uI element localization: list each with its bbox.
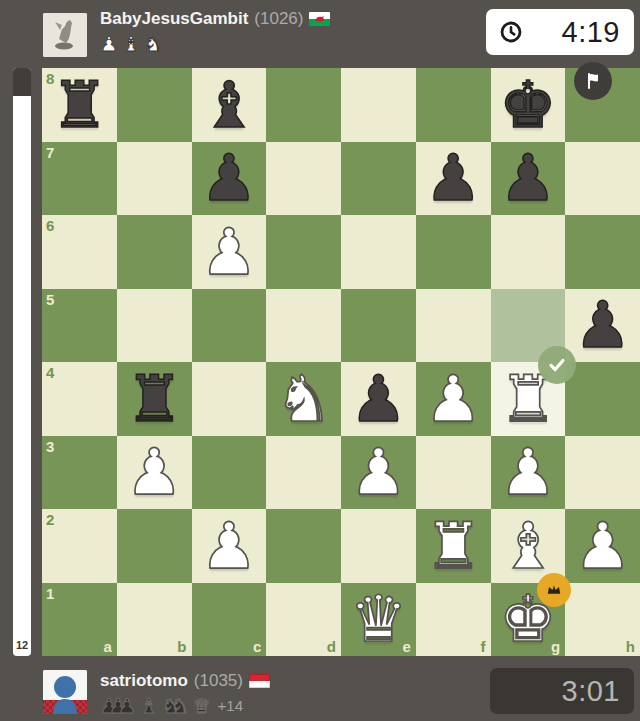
bottom-captured-pieces: ♟♟♟♝♞♞♛+14 bbox=[100, 693, 243, 717]
captured-white-pawn: ♟ bbox=[100, 33, 118, 55]
square-c6[interactable]: ♟ bbox=[192, 215, 267, 289]
piece-white-pawn[interactable]: ♟ bbox=[341, 436, 416, 510]
evaluation-bar-black-portion bbox=[13, 68, 31, 96]
square-b8[interactable] bbox=[117, 68, 192, 142]
square-e1[interactable]: e♛ bbox=[341, 583, 416, 657]
bottom-player-avatar[interactable] bbox=[43, 670, 87, 714]
square-c4[interactable] bbox=[192, 362, 267, 436]
square-g3[interactable]: ♟ bbox=[491, 436, 566, 510]
top-player-clock: 4:19 bbox=[486, 9, 634, 55]
piece-white-pawn[interactable]: ♟ bbox=[565, 509, 640, 583]
square-c2[interactable]: ♟ bbox=[192, 509, 267, 583]
square-h7[interactable] bbox=[565, 142, 640, 216]
file-label-f: f bbox=[481, 638, 486, 655]
square-a2[interactable]: 2 bbox=[42, 509, 117, 583]
statue-avatar-image bbox=[43, 13, 87, 57]
square-g8[interactable]: ♚ bbox=[491, 68, 566, 142]
captured-white-bishop: ♝ bbox=[122, 33, 140, 55]
square-b5[interactable] bbox=[117, 289, 192, 363]
file-label-d: d bbox=[327, 638, 336, 655]
file-label-b: b bbox=[177, 638, 186, 655]
square-f3[interactable] bbox=[416, 436, 491, 510]
chess-board: 8♜♝♚7♟♟♟6♟5♟4♜♞♟♟♜3♟♟♟2♟♜♝♟1abcde♛fg♚h bbox=[42, 68, 640, 656]
square-f4[interactable]: ♟ bbox=[416, 362, 491, 436]
flag-badge bbox=[574, 62, 612, 100]
captured-black-bishop: ♝ bbox=[140, 695, 158, 717]
square-b6[interactable] bbox=[117, 215, 192, 289]
piece-black-rook[interactable]: ♜ bbox=[117, 362, 192, 436]
square-f7[interactable]: ♟ bbox=[416, 142, 491, 216]
square-d1[interactable]: d bbox=[266, 583, 341, 657]
square-b3[interactable]: ♟ bbox=[117, 436, 192, 510]
rank-label-5: 5 bbox=[46, 291, 54, 308]
square-a4[interactable]: 4 bbox=[42, 362, 117, 436]
piece-black-pawn[interactable]: ♟ bbox=[341, 362, 416, 436]
square-d8[interactable] bbox=[266, 68, 341, 142]
square-b1[interactable]: b bbox=[117, 583, 192, 657]
bottom-player-rating: (1035) bbox=[194, 671, 243, 691]
bottom-player-name[interactable]: satriotomo bbox=[100, 671, 188, 691]
top-player-name[interactable]: BabyJesusGambit bbox=[100, 9, 248, 29]
piece-white-pawn[interactable]: ♟ bbox=[117, 436, 192, 510]
file-label-h: h bbox=[626, 638, 635, 655]
captured-black-knight: ♞ bbox=[171, 695, 189, 717]
square-d7[interactable] bbox=[266, 142, 341, 216]
evaluation-bar: 12 bbox=[13, 68, 31, 656]
square-e8[interactable] bbox=[341, 68, 416, 142]
square-f5[interactable] bbox=[416, 289, 491, 363]
rank-label-8: 8 bbox=[46, 70, 54, 87]
square-f6[interactable] bbox=[416, 215, 491, 289]
captured-black-queen: ♛ bbox=[193, 695, 211, 717]
square-h3[interactable] bbox=[565, 436, 640, 510]
square-a1[interactable]: 1a bbox=[42, 583, 117, 657]
square-e2[interactable] bbox=[341, 509, 416, 583]
square-g2[interactable]: ♝ bbox=[491, 509, 566, 583]
square-c3[interactable] bbox=[192, 436, 267, 510]
check-badge bbox=[538, 346, 576, 384]
square-d4[interactable]: ♞ bbox=[266, 362, 341, 436]
rank-label-6: 6 bbox=[46, 217, 54, 234]
square-b2[interactable] bbox=[117, 509, 192, 583]
square-g7[interactable]: ♟ bbox=[491, 142, 566, 216]
top-clock-time: 4:19 bbox=[562, 16, 620, 49]
square-f1[interactable]: f bbox=[416, 583, 491, 657]
square-h5[interactable]: ♟ bbox=[565, 289, 640, 363]
square-g1[interactable]: g♚ bbox=[491, 583, 566, 657]
square-b7[interactable] bbox=[117, 142, 192, 216]
file-label-g: g bbox=[551, 638, 560, 655]
square-b4[interactable]: ♜ bbox=[117, 362, 192, 436]
piece-black-pawn[interactable]: ♟ bbox=[491, 142, 566, 216]
top-player-rating: (1026) bbox=[254, 9, 303, 29]
square-c5[interactable] bbox=[192, 289, 267, 363]
square-a5[interactable]: 5 bbox=[42, 289, 117, 363]
square-d3[interactable] bbox=[266, 436, 341, 510]
file-label-a: a bbox=[103, 638, 111, 655]
piece-white-pawn[interactable]: ♟ bbox=[192, 509, 267, 583]
square-e3[interactable]: ♟ bbox=[341, 436, 416, 510]
square-a8[interactable]: 8♜ bbox=[42, 68, 117, 142]
square-f2[interactable]: ♜ bbox=[416, 509, 491, 583]
winner-badge bbox=[537, 573, 571, 607]
piece-black-king[interactable]: ♚ bbox=[491, 68, 566, 142]
square-d6[interactable] bbox=[266, 215, 341, 289]
file-label-c: c bbox=[253, 638, 261, 655]
piece-white-knight[interactable]: ♞ bbox=[266, 362, 341, 436]
wales-flag-icon bbox=[309, 12, 330, 26]
captured-black-pawn: ♟ bbox=[118, 695, 136, 717]
rank-label-7: 7 bbox=[46, 144, 54, 161]
piece-white-pawn[interactable]: ♟ bbox=[491, 436, 566, 510]
top-player-bar: BabyJesusGambit (1026) ♟♝♞ 4:19 bbox=[0, 0, 640, 64]
captured-white-knight: ♞ bbox=[144, 33, 162, 55]
square-h6[interactable] bbox=[565, 215, 640, 289]
square-c1[interactable]: c bbox=[192, 583, 267, 657]
file-label-e: e bbox=[402, 638, 410, 655]
piece-black-bishop[interactable]: ♝ bbox=[192, 68, 267, 142]
square-c8[interactable]: ♝ bbox=[192, 68, 267, 142]
piece-black-pawn[interactable]: ♟ bbox=[565, 289, 640, 363]
top-captured-pieces: ♟♝♞ bbox=[100, 31, 162, 55]
square-e6[interactable] bbox=[341, 215, 416, 289]
person-avatar-image bbox=[43, 670, 87, 714]
square-d5[interactable] bbox=[266, 289, 341, 363]
square-e7[interactable] bbox=[341, 142, 416, 216]
square-f8[interactable] bbox=[416, 68, 491, 142]
square-c7[interactable]: ♟ bbox=[192, 142, 267, 216]
square-e4[interactable]: ♟ bbox=[341, 362, 416, 436]
rank-label-2: 2 bbox=[46, 511, 54, 528]
square-g6[interactable] bbox=[491, 215, 566, 289]
square-h1[interactable]: h bbox=[565, 583, 640, 657]
bottom-player-bar: satriotomo (1035) ♟♟♟♝♞♞♛+14 3:01 bbox=[0, 664, 640, 721]
piece-black-pawn[interactable]: ♟ bbox=[416, 142, 491, 216]
top-player-avatar[interactable] bbox=[43, 13, 87, 57]
piece-white-pawn[interactable]: ♟ bbox=[192, 215, 267, 289]
material-advantage: +14 bbox=[218, 695, 243, 717]
square-h4[interactable] bbox=[565, 362, 640, 436]
square-g4[interactable]: ♜ bbox=[491, 362, 566, 436]
piece-white-bishop[interactable]: ♝ bbox=[491, 509, 566, 583]
rank-label-4: 4 bbox=[46, 364, 54, 381]
square-a7[interactable]: 7 bbox=[42, 142, 117, 216]
square-a3[interactable]: 3 bbox=[42, 436, 117, 510]
rank-label-1: 1 bbox=[46, 585, 54, 602]
piece-white-rook[interactable]: ♜ bbox=[416, 509, 491, 583]
rank-label-3: 3 bbox=[46, 438, 54, 455]
piece-black-pawn[interactable]: ♟ bbox=[192, 142, 267, 216]
piece-white-pawn[interactable]: ♟ bbox=[416, 362, 491, 436]
bottom-clock-time: 3:01 bbox=[562, 675, 620, 708]
clock-icon bbox=[499, 20, 523, 44]
square-d2[interactable] bbox=[266, 509, 341, 583]
bottom-player-clock: 3:01 bbox=[490, 668, 634, 714]
evaluation-value: 12 bbox=[13, 639, 31, 651]
square-a6[interactable]: 6 bbox=[42, 215, 117, 289]
square-e5[interactable] bbox=[341, 289, 416, 363]
indonesia-flag-icon bbox=[249, 674, 270, 688]
square-h2[interactable]: ♟ bbox=[565, 509, 640, 583]
